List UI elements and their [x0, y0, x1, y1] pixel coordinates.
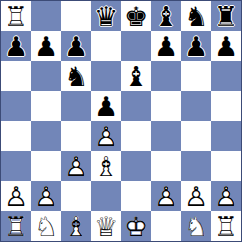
piece-white-king-outline: ♔	[121, 211, 151, 241]
square-g8[interactable]: ♞	[181, 1, 211, 31]
square-f6[interactable]	[151, 61, 181, 91]
piece-black-pawn[interactable]: ♟	[91, 91, 121, 121]
square-d3[interactable]: ♝♗	[91, 151, 121, 181]
square-b6[interactable]	[31, 61, 61, 91]
square-d2[interactable]	[91, 181, 121, 211]
square-d6[interactable]	[91, 61, 121, 91]
piece-white-knight-outline: ♘	[181, 211, 211, 241]
piece-white-pawn-outline: ♙	[31, 181, 61, 211]
piece-white-pawn[interactable]: ♟	[151, 181, 181, 211]
piece-black-bishop[interactable]: ♝	[151, 1, 181, 31]
piece-white-pawn[interactable]: ♟	[1, 181, 31, 211]
square-f2[interactable]: ♟♙	[151, 181, 181, 211]
square-a4[interactable]	[1, 121, 31, 151]
square-b1[interactable]: ♞♘	[31, 211, 61, 241]
square-h4[interactable]	[211, 121, 241, 151]
square-c8[interactable]	[61, 1, 91, 31]
square-c6[interactable]: ♞	[61, 61, 91, 91]
square-h8[interactable]: ♜	[211, 1, 241, 31]
square-f3[interactable]	[151, 151, 181, 181]
piece-white-king[interactable]: ♚	[121, 211, 151, 241]
piece-white-bishop-outline: ♗	[91, 151, 121, 181]
square-b8[interactable]	[31, 1, 61, 31]
piece-white-pawn[interactable]: ♟	[61, 151, 91, 181]
square-a8[interactable]: ♜♖	[1, 1, 31, 31]
square-f4[interactable]	[151, 121, 181, 151]
piece-black-queen[interactable]: ♛	[91, 1, 121, 31]
square-f1[interactable]	[151, 211, 181, 241]
piece-white-pawn-outline: ♙	[151, 181, 181, 211]
square-d5[interactable]: ♟	[91, 91, 121, 121]
piece-black-pawn[interactable]: ♟	[211, 31, 241, 61]
square-a6[interactable]	[1, 61, 31, 91]
square-b3[interactable]	[31, 151, 61, 181]
square-a3[interactable]	[1, 151, 31, 181]
piece-white-rook-outline: ♖	[1, 1, 31, 31]
piece-white-pawn[interactable]: ♟	[181, 181, 211, 211]
piece-white-pawn-outline: ♙	[61, 151, 91, 181]
square-b5[interactable]	[31, 91, 61, 121]
square-e6[interactable]: ♝	[121, 61, 151, 91]
piece-white-rook[interactable]: ♜	[1, 1, 31, 31]
square-g4[interactable]	[181, 121, 211, 151]
piece-black-pawn[interactable]: ♟	[181, 31, 211, 61]
piece-white-queen[interactable]: ♛	[91, 211, 121, 241]
square-g7[interactable]: ♟	[181, 31, 211, 61]
chess-board: ♜♖♛♚♝♞♜♟♟♟♟♟♟♞♝♟♟♙♟♙♝♗♟♙♟♙♟♙♟♙♟♙♜♖♞♘♝♗♛♕…	[0, 0, 242, 242]
piece-white-bishop[interactable]: ♝	[91, 151, 121, 181]
piece-black-knight[interactable]: ♞	[61, 61, 91, 91]
square-d7[interactable]	[91, 31, 121, 61]
square-c7[interactable]: ♟	[61, 31, 91, 61]
square-g1[interactable]: ♞♘	[181, 211, 211, 241]
square-e8[interactable]: ♚	[121, 1, 151, 31]
square-h3[interactable]	[211, 151, 241, 181]
square-a1[interactable]: ♜♖	[1, 211, 31, 241]
square-f5[interactable]	[151, 91, 181, 121]
piece-white-pawn-outline: ♙	[211, 181, 241, 211]
square-e1[interactable]: ♚♔	[121, 211, 151, 241]
piece-white-pawn-outline: ♙	[181, 181, 211, 211]
square-b7[interactable]: ♟	[31, 31, 61, 61]
piece-white-rook-outline: ♖	[211, 211, 241, 241]
square-c5[interactable]	[61, 91, 91, 121]
piece-white-pawn-outline: ♙	[1, 181, 31, 211]
piece-white-queen-outline: ♕	[91, 211, 121, 241]
square-g6[interactable]	[181, 61, 211, 91]
square-a5[interactable]	[1, 91, 31, 121]
piece-white-pawn[interactable]: ♟	[91, 121, 121, 151]
square-d4[interactable]: ♟♙	[91, 121, 121, 151]
square-e7[interactable]	[121, 31, 151, 61]
square-c1[interactable]: ♝♗	[61, 211, 91, 241]
square-d8[interactable]: ♛	[91, 1, 121, 31]
piece-white-knight-outline: ♘	[31, 211, 61, 241]
square-f7[interactable]: ♟	[151, 31, 181, 61]
square-h1[interactable]: ♜♖	[211, 211, 241, 241]
square-f8[interactable]: ♝	[151, 1, 181, 31]
piece-white-rook-outline: ♖	[1, 211, 31, 241]
square-h6[interactable]	[211, 61, 241, 91]
piece-black-pawn[interactable]: ♟	[1, 31, 31, 61]
piece-white-pawn[interactable]: ♟	[211, 181, 241, 211]
square-a2[interactable]: ♟♙	[1, 181, 31, 211]
piece-white-knight[interactable]: ♞	[31, 211, 61, 241]
square-b2[interactable]: ♟♙	[31, 181, 61, 211]
piece-black-pawn[interactable]: ♟	[151, 31, 181, 61]
square-c2[interactable]	[61, 181, 91, 211]
square-c4[interactable]	[61, 121, 91, 151]
piece-white-rook[interactable]: ♜	[1, 211, 31, 241]
square-g5[interactable]	[181, 91, 211, 121]
square-e3[interactable]	[121, 151, 151, 181]
square-g2[interactable]: ♟♙	[181, 181, 211, 211]
piece-white-knight[interactable]: ♞	[181, 211, 211, 241]
piece-black-pawn[interactable]: ♟	[61, 31, 91, 61]
square-d1[interactable]: ♛♕	[91, 211, 121, 241]
piece-black-bishop[interactable]: ♝	[121, 61, 151, 91]
square-h2[interactable]: ♟♙	[211, 181, 241, 211]
square-e2[interactable]	[121, 181, 151, 211]
piece-white-rook[interactable]: ♜	[211, 211, 241, 241]
piece-black-knight[interactable]: ♞	[181, 1, 211, 31]
square-g3[interactable]	[181, 151, 211, 181]
square-b4[interactable]	[31, 121, 61, 151]
piece-white-pawn[interactable]: ♟	[31, 181, 61, 211]
piece-white-pawn-outline: ♙	[91, 121, 121, 151]
square-h5[interactable]	[211, 91, 241, 121]
piece-white-bishop[interactable]: ♝	[61, 211, 91, 241]
piece-black-king[interactable]: ♚	[121, 1, 151, 31]
square-e5[interactable]	[121, 91, 151, 121]
square-e4[interactable]	[121, 121, 151, 151]
square-h7[interactable]: ♟	[211, 31, 241, 61]
square-c3[interactable]: ♟♙	[61, 151, 91, 181]
piece-white-bishop-outline: ♗	[61, 211, 91, 241]
piece-black-rook[interactable]: ♜	[211, 1, 241, 31]
piece-black-pawn[interactable]: ♟	[31, 31, 61, 61]
square-a7[interactable]: ♟	[1, 31, 31, 61]
